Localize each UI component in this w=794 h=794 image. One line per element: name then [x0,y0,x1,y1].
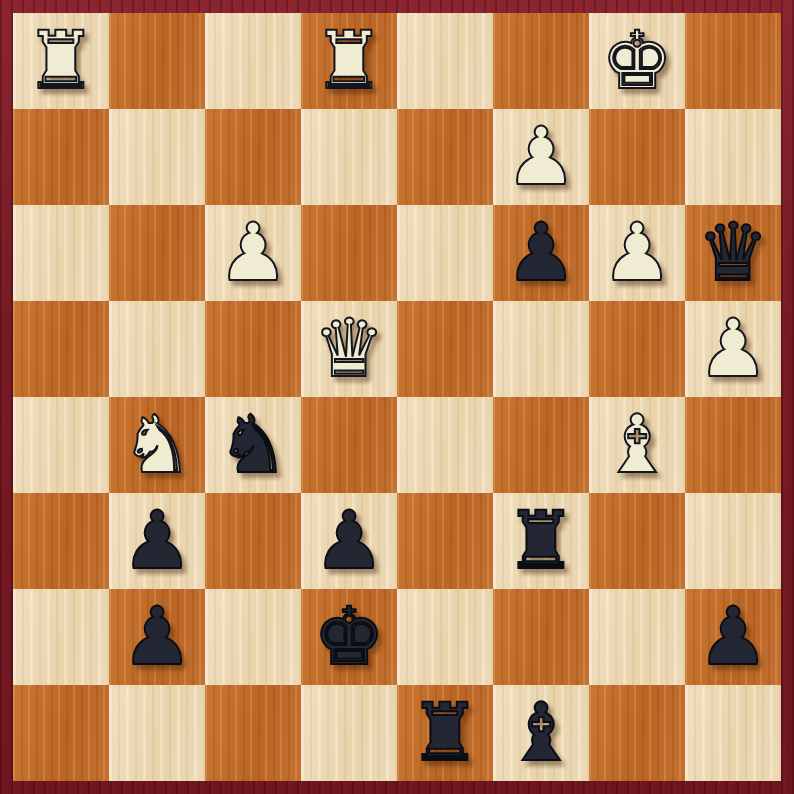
square-b1[interactable] [109,685,205,781]
square-a4[interactable] [13,397,109,493]
square-a3[interactable] [13,493,109,589]
white-queen-d5[interactable]: ♛ [301,301,397,397]
square-c3[interactable] [205,493,301,589]
square-h6[interactable]: ♛ [685,205,781,301]
square-c2[interactable] [205,589,301,685]
black-pawn-b2[interactable]: ♟ [109,589,205,685]
black-rook-f3[interactable]: ♜ [493,493,589,589]
square-d7[interactable] [301,109,397,205]
square-b4[interactable]: ♞ [109,397,205,493]
square-g3[interactable] [589,493,685,589]
square-f6[interactable]: ♟ [493,205,589,301]
square-g5[interactable] [589,301,685,397]
square-d3[interactable]: ♟ [301,493,397,589]
square-f7[interactable]: ♟ [493,109,589,205]
square-c8[interactable] [205,13,301,109]
square-b7[interactable] [109,109,205,205]
square-e4[interactable] [397,397,493,493]
square-f4[interactable] [493,397,589,493]
square-a6[interactable] [13,205,109,301]
chess-board-frame: ♜♜♚♟♟♟♟♛♛♟♞♞♝♟♟♜♟♚♟♜♝ [0,0,794,794]
square-f2[interactable] [493,589,589,685]
square-h5[interactable]: ♟ [685,301,781,397]
white-king-g8[interactable]: ♚ [589,13,685,109]
square-g4[interactable]: ♝ [589,397,685,493]
square-g8[interactable]: ♚ [589,13,685,109]
chess-board: ♜♜♚♟♟♟♟♛♛♟♞♞♝♟♟♜♟♚♟♜♝ [13,13,781,781]
square-e6[interactable] [397,205,493,301]
square-a2[interactable] [13,589,109,685]
square-f5[interactable] [493,301,589,397]
black-queen-h6[interactable]: ♛ [685,205,781,301]
black-pawn-h2[interactable]: ♟ [685,589,781,685]
square-c4[interactable]: ♞ [205,397,301,493]
square-g1[interactable] [589,685,685,781]
square-e2[interactable] [397,589,493,685]
square-d1[interactable] [301,685,397,781]
square-b8[interactable] [109,13,205,109]
square-g7[interactable] [589,109,685,205]
square-d8[interactable]: ♜ [301,13,397,109]
square-e7[interactable] [397,109,493,205]
square-b2[interactable]: ♟ [109,589,205,685]
black-pawn-d3[interactable]: ♟ [301,493,397,589]
square-h1[interactable] [685,685,781,781]
square-e1[interactable]: ♜ [397,685,493,781]
black-pawn-b3[interactable]: ♟ [109,493,205,589]
square-h3[interactable] [685,493,781,589]
square-f1[interactable]: ♝ [493,685,589,781]
black-king-d2[interactable]: ♚ [301,589,397,685]
square-c1[interactable] [205,685,301,781]
square-a5[interactable] [13,301,109,397]
black-knight-c4[interactable]: ♞ [205,397,301,493]
square-f3[interactable]: ♜ [493,493,589,589]
square-a7[interactable] [13,109,109,205]
square-b5[interactable] [109,301,205,397]
square-g2[interactable] [589,589,685,685]
black-bishop-f1[interactable]: ♝ [493,685,589,781]
black-rook-e1[interactable]: ♜ [397,685,493,781]
square-h7[interactable] [685,109,781,205]
white-pawn-c6[interactable]: ♟ [205,205,301,301]
square-c5[interactable] [205,301,301,397]
white-pawn-h5[interactable]: ♟ [685,301,781,397]
square-e3[interactable] [397,493,493,589]
square-b6[interactable] [109,205,205,301]
square-b3[interactable]: ♟ [109,493,205,589]
square-d5[interactable]: ♛ [301,301,397,397]
square-c6[interactable]: ♟ [205,205,301,301]
square-c7[interactable] [205,109,301,205]
white-bishop-g4[interactable]: ♝ [589,397,685,493]
square-e8[interactable] [397,13,493,109]
white-rook-d8[interactable]: ♜ [301,13,397,109]
white-rook-a8[interactable]: ♜ [13,13,109,109]
square-e5[interactable] [397,301,493,397]
square-d6[interactable] [301,205,397,301]
square-g6[interactable]: ♟ [589,205,685,301]
square-h8[interactable] [685,13,781,109]
white-knight-b4[interactable]: ♞ [109,397,205,493]
square-h4[interactable] [685,397,781,493]
square-h2[interactable]: ♟ [685,589,781,685]
white-pawn-f7[interactable]: ♟ [493,109,589,205]
square-f8[interactable] [493,13,589,109]
square-a8[interactable]: ♜ [13,13,109,109]
black-pawn-f6[interactable]: ♟ [493,205,589,301]
square-d4[interactable] [301,397,397,493]
square-a1[interactable] [13,685,109,781]
square-d2[interactable]: ♚ [301,589,397,685]
white-pawn-g6[interactable]: ♟ [589,205,685,301]
